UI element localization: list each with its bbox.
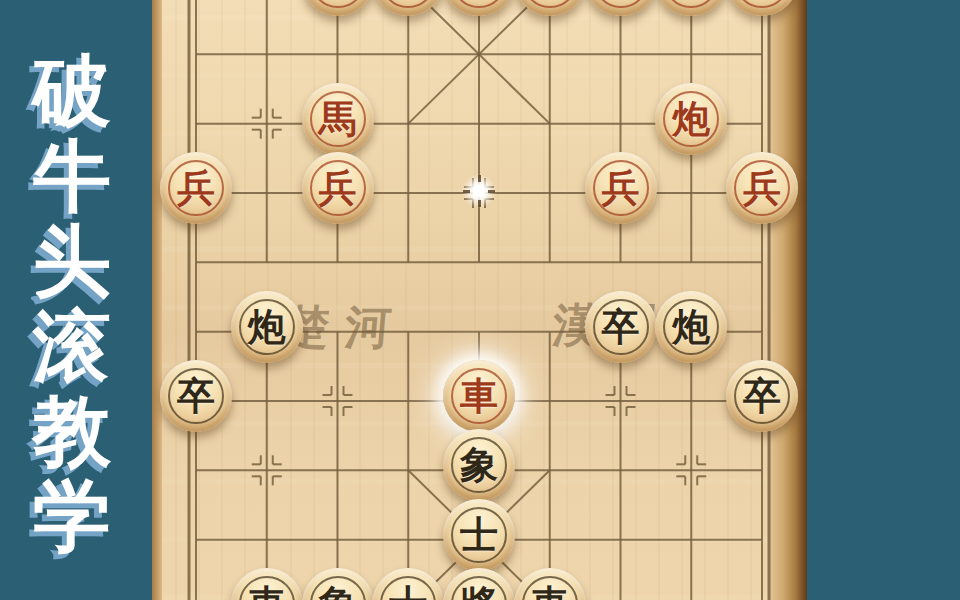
piece-character: 士 [460, 516, 498, 554]
piece-character: 兵 [177, 169, 215, 207]
piece-character: 炮 [672, 100, 710, 138]
piece-character: 兵 [319, 169, 357, 207]
piece-character: 車 [460, 377, 498, 415]
piece-character: 車 [248, 585, 286, 600]
caption-char: 牛 [33, 137, 111, 215]
board-right-frame [770, 0, 807, 600]
piece-red-soldier[interactable]: 兵 [160, 152, 232, 224]
piece-character: 兵 [602, 169, 640, 207]
caption-char: 学 [33, 477, 111, 555]
move-origin-marker [462, 174, 496, 208]
board-left-edge [152, 0, 162, 600]
piece-red-soldier[interactable]: 兵 [585, 152, 657, 224]
piece-character: 車 [531, 585, 569, 600]
piece-black-soldier[interactable]: 卒 [726, 360, 798, 432]
piece-character: 象 [319, 585, 357, 600]
piece-red-horse[interactable]: 馬 [302, 83, 374, 155]
piece-black-soldier[interactable]: 卒 [585, 291, 657, 363]
piece-character: 將 [460, 585, 498, 600]
piece-character: 炮 [248, 308, 286, 346]
piece-character: 炮 [672, 308, 710, 346]
caption-char: 教 [33, 392, 111, 470]
piece-character: 卒 [177, 377, 215, 415]
piece-black-advisor[interactable]: 士 [443, 499, 515, 571]
piece-black-cannon[interactable]: 炮 [655, 291, 727, 363]
caption-char: 破 [33, 52, 111, 130]
piece-red-cannon[interactable]: 炮 [655, 83, 727, 155]
piece-character: 馬 [319, 100, 357, 138]
piece-red-soldier[interactable]: 兵 [726, 152, 798, 224]
app-screen: 破 牛 头 滚 教 学 楚河 漢界 相仕帥仕相馬車馬炮兵兵兵兵炮卒炮卒車卒象士車… [0, 0, 960, 600]
caption-vertical-title: 破 牛 头 滚 教 学 [20, 52, 124, 555]
piece-red-chariot[interactable]: 車 [443, 360, 515, 432]
piece-red-soldier[interactable]: 兵 [302, 152, 374, 224]
caption-char: 滚 [33, 307, 111, 385]
piece-black-cannon[interactable]: 炮 [231, 291, 303, 363]
piece-black-soldier[interactable]: 卒 [160, 360, 232, 432]
piece-character: 兵 [743, 169, 781, 207]
piece-character: 士 [389, 585, 427, 600]
piece-character: 卒 [743, 377, 781, 415]
piece-character: 象 [460, 446, 498, 484]
caption-char: 头 [33, 222, 111, 300]
piece-black-elephant[interactable]: 象 [443, 429, 515, 501]
piece-character: 卒 [602, 308, 640, 346]
